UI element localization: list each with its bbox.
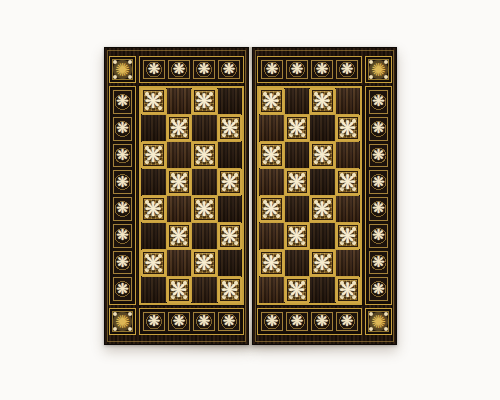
corner-medallion-bottom-right: ✺ [365, 308, 392, 335]
square-b6 [167, 142, 192, 168]
square-e4: ❋ [259, 196, 284, 222]
border-rosette: ❋ [113, 197, 132, 221]
square-a6: ❋ [141, 142, 166, 168]
square-a5 [141, 169, 166, 195]
border-rosette: ❋ [143, 60, 165, 79]
border-rosette: ❋ [218, 60, 240, 79]
rosette-icon: ❋ [288, 118, 305, 138]
corner-medallion-top-left: ✺ [109, 56, 136, 83]
rosette-icon: ❋ [145, 253, 162, 273]
border-rosette: ❋ [113, 251, 132, 275]
square-g3 [310, 223, 335, 249]
sunburst-icon: ✺ [371, 313, 386, 331]
rosette-icon: ❋ [198, 62, 211, 77]
rosette-icon: ❋ [173, 314, 186, 329]
border-rosette: ❋ [261, 312, 283, 331]
rosette-icon: ❋ [372, 282, 385, 297]
border-band-bottom-left-half: ❋❋❋❋ [139, 308, 244, 335]
rosette-icon: ❋ [314, 253, 331, 273]
square-a7 [141, 115, 166, 141]
square-c7 [192, 115, 217, 141]
rosette-icon: ❋ [116, 175, 129, 190]
square-h4 [336, 196, 361, 222]
rosette-icon: ❋ [372, 94, 385, 109]
border-rosette: ❋ [286, 312, 308, 331]
rosette-icon: ❋ [116, 94, 129, 109]
board-right-half: ❋❋❋❋ ✺ ❋❋❋❋❋❋❋❋❋❋❋❋❋❋❋❋ ❋❋❋❋❋❋❋❋ ❋❋❋❋ ✺ [252, 47, 397, 345]
rosette-icon: ❋ [221, 226, 238, 246]
square-f4 [285, 196, 310, 222]
square-a2: ❋ [141, 250, 166, 276]
border-rosette: ❋ [336, 60, 358, 79]
border-rosette: ❋ [369, 224, 388, 248]
corner-medallion-bottom-left: ✺ [109, 308, 136, 335]
square-b8 [167, 88, 192, 114]
rosette-icon: ❋ [341, 62, 354, 77]
border-band-top-right-half: ❋❋❋❋ [257, 56, 362, 83]
rosette-icon: ❋ [263, 199, 280, 219]
rosette-icon: ❋ [339, 172, 356, 192]
border-rosette: ❋ [113, 144, 132, 168]
rosette-icon: ❋ [145, 91, 162, 111]
square-d6 [218, 142, 243, 168]
square-b1: ❋ [167, 277, 192, 303]
border-rosette: ❋ [369, 197, 388, 221]
square-h5: ❋ [336, 169, 361, 195]
rosette-icon: ❋ [221, 172, 238, 192]
rosette-icon: ❋ [170, 280, 187, 300]
square-e8: ❋ [259, 88, 284, 114]
square-h2 [336, 250, 361, 276]
checkerboard-left-half: ❋❋❋❋❋❋❋❋❋❋❋❋❋❋❋❋ [139, 86, 244, 305]
rosette-icon: ❋ [372, 201, 385, 216]
square-g6: ❋ [310, 142, 335, 168]
square-c8: ❋ [192, 88, 217, 114]
square-e5 [259, 169, 284, 195]
rosette-icon: ❋ [116, 255, 129, 270]
square-d7: ❋ [218, 115, 243, 141]
rosette-icon: ❋ [291, 314, 304, 329]
square-f8 [285, 88, 310, 114]
product-photo-scene: ✺ ❋❋❋❋ ❋❋❋❋❋❋❋❋ ❋❋❋❋❋❋❋❋❋❋❋❋❋❋❋❋ ✺ ❋❋❋❋ … [0, 0, 500, 400]
rosette-icon: ❋ [288, 172, 305, 192]
square-h1: ❋ [336, 277, 361, 303]
border-rosette: ❋ [286, 60, 308, 79]
rosette-icon: ❋ [314, 91, 331, 111]
border-rosette: ❋ [369, 144, 388, 168]
square-e3 [259, 223, 284, 249]
rosette-icon: ❋ [372, 148, 385, 163]
border-rosette: ❋ [261, 60, 283, 79]
square-d2 [218, 250, 243, 276]
rosette-icon: ❋ [339, 226, 356, 246]
rosette-icon: ❋ [148, 314, 161, 329]
border-rosette: ❋ [113, 117, 132, 141]
square-g7 [310, 115, 335, 141]
checkerboard-right-half: ❋❋❋❋❋❋❋❋❋❋❋❋❋❋❋❋ [257, 86, 362, 305]
border-rosette: ❋ [218, 312, 240, 331]
rosette-icon: ❋ [116, 148, 129, 163]
rosette-icon: ❋ [314, 145, 331, 165]
square-f5: ❋ [285, 169, 310, 195]
border-rosette: ❋ [369, 90, 388, 114]
border-rosette: ❋ [336, 312, 358, 331]
border-band-top-left-half: ❋❋❋❋ [139, 56, 244, 83]
square-h6 [336, 142, 361, 168]
rosette-icon: ❋ [263, 253, 280, 273]
rosette-icon: ❋ [173, 62, 186, 77]
border-rosette: ❋ [113, 90, 132, 114]
square-h3: ❋ [336, 223, 361, 249]
square-a4: ❋ [141, 196, 166, 222]
square-c1 [192, 277, 217, 303]
border-rosette: ❋ [193, 60, 215, 79]
square-d5: ❋ [218, 169, 243, 195]
border-rosette: ❋ [113, 277, 132, 301]
rosette-icon: ❋ [372, 121, 385, 136]
border-rosette: ❋ [168, 60, 190, 79]
rosette-icon: ❋ [339, 280, 356, 300]
square-a3 [141, 223, 166, 249]
square-g1 [310, 277, 335, 303]
square-b2 [167, 250, 192, 276]
rosette-icon: ❋ [339, 118, 356, 138]
rosette-icon: ❋ [221, 118, 238, 138]
square-d1: ❋ [218, 277, 243, 303]
rosette-icon: ❋ [196, 253, 213, 273]
border-rosette: ❋ [369, 251, 388, 275]
square-e6: ❋ [259, 142, 284, 168]
border-rosette: ❋ [369, 170, 388, 194]
border-band-bottom-right-half: ❋❋❋❋ [257, 308, 362, 335]
rosette-icon: ❋ [372, 175, 385, 190]
rosette-icon: ❋ [116, 121, 129, 136]
rosette-icon: ❋ [196, 199, 213, 219]
border-rosette: ❋ [311, 60, 333, 79]
rosette-icon: ❋ [116, 228, 129, 243]
rosette-icon: ❋ [148, 62, 161, 77]
sunburst-icon: ✺ [115, 61, 130, 79]
rosette-icon: ❋ [314, 199, 331, 219]
square-a1 [141, 277, 166, 303]
border-rosette: ❋ [311, 312, 333, 331]
square-h8 [336, 88, 361, 114]
square-f2 [285, 250, 310, 276]
border-rosette: ❋ [143, 312, 165, 331]
square-c4: ❋ [192, 196, 217, 222]
rosette-icon: ❋ [196, 91, 213, 111]
rosette-icon: ❋ [198, 314, 211, 329]
rosette-icon: ❋ [266, 314, 279, 329]
border-band-left-side: ❋❋❋❋❋❋❋❋ [109, 86, 136, 305]
rosette-icon: ❋ [116, 201, 129, 216]
rosette-icon: ❋ [263, 145, 280, 165]
rosette-icon: ❋ [145, 199, 162, 219]
square-c3 [192, 223, 217, 249]
rosette-icon: ❋ [170, 226, 187, 246]
square-f1: ❋ [285, 277, 310, 303]
rosette-icon: ❋ [221, 280, 238, 300]
rosette-icon: ❋ [341, 314, 354, 329]
border-rosette: ❋ [168, 312, 190, 331]
rosette-icon: ❋ [116, 282, 129, 297]
rosette-icon: ❋ [196, 145, 213, 165]
square-f3: ❋ [285, 223, 310, 249]
square-g4: ❋ [310, 196, 335, 222]
folded-board: ✺ ❋❋❋❋ ❋❋❋❋❋❋❋❋ ❋❋❋❋❋❋❋❋❋❋❋❋❋❋❋❋ ✺ ❋❋❋❋ … [104, 47, 397, 345]
rosette-icon: ❋ [170, 172, 187, 192]
rosette-icon: ❋ [223, 62, 236, 77]
square-d3: ❋ [218, 223, 243, 249]
border-rosette: ❋ [193, 312, 215, 331]
square-c6: ❋ [192, 142, 217, 168]
square-e7 [259, 115, 284, 141]
rosette-icon: ❋ [372, 228, 385, 243]
rosette-icon: ❋ [372, 255, 385, 270]
square-d8 [218, 88, 243, 114]
rosette-icon: ❋ [223, 314, 236, 329]
rosette-icon: ❋ [170, 118, 187, 138]
rosette-icon: ❋ [316, 62, 329, 77]
corner-medallion-top-right: ✺ [365, 56, 392, 83]
square-a8: ❋ [141, 88, 166, 114]
square-g5 [310, 169, 335, 195]
square-f7: ❋ [285, 115, 310, 141]
square-d4 [218, 196, 243, 222]
rosette-icon: ❋ [291, 62, 304, 77]
border-rosette: ❋ [369, 277, 388, 301]
square-c2: ❋ [192, 250, 217, 276]
sunburst-icon: ✺ [115, 313, 130, 331]
square-b5: ❋ [167, 169, 192, 195]
square-b7: ❋ [167, 115, 192, 141]
square-c5 [192, 169, 217, 195]
rosette-icon: ❋ [316, 314, 329, 329]
rosette-icon: ❋ [263, 91, 280, 111]
border-rosette: ❋ [369, 117, 388, 141]
rosette-icon: ❋ [288, 280, 305, 300]
square-h7: ❋ [336, 115, 361, 141]
rosette-icon: ❋ [266, 62, 279, 77]
square-f6 [285, 142, 310, 168]
sunburst-icon: ✺ [371, 61, 386, 79]
board-left-half: ✺ ❋❋❋❋ ❋❋❋❋❋❋❋❋ ❋❋❋❋❋❋❋❋❋❋❋❋❋❋❋❋ ✺ ❋❋❋❋ [104, 47, 249, 345]
square-b3: ❋ [167, 223, 192, 249]
square-g8: ❋ [310, 88, 335, 114]
rosette-icon: ❋ [288, 226, 305, 246]
square-e2: ❋ [259, 250, 284, 276]
border-band-right-side: ❋❋❋❋❋❋❋❋ [365, 86, 392, 305]
square-e1 [259, 277, 284, 303]
square-b4 [167, 196, 192, 222]
border-rosette: ❋ [113, 170, 132, 194]
rosette-icon: ❋ [145, 145, 162, 165]
border-rosette: ❋ [113, 224, 132, 248]
square-g2: ❋ [310, 250, 335, 276]
